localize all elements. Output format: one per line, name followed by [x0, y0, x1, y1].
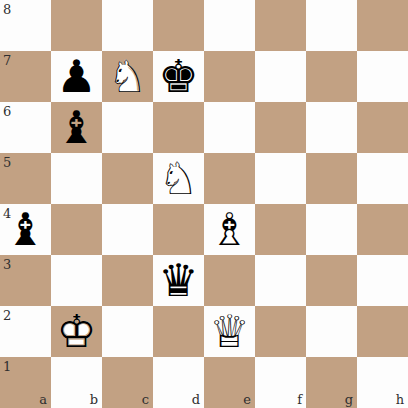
square-g1[interactable]: g [306, 357, 357, 408]
square-h5[interactable] [357, 153, 408, 204]
file-label-g: g [345, 393, 353, 406]
square-c8[interactable] [102, 0, 153, 51]
rank-label-8: 8 [3, 3, 11, 16]
square-d5[interactable]: ♞♘ [153, 153, 204, 204]
piece-outline-glyph: ♘ [158, 155, 198, 200]
file-label-h: h [396, 393, 404, 406]
piece-white-knight[interactable]: ♞♘ [102, 51, 153, 102]
square-b5[interactable] [51, 153, 102, 204]
square-g7[interactable] [306, 51, 357, 102]
square-d3[interactable]: ♛ [153, 255, 204, 306]
square-g4[interactable] [306, 204, 357, 255]
square-d2[interactable] [153, 306, 204, 357]
square-h2[interactable] [357, 306, 408, 357]
rank-label-1: 1 [3, 360, 11, 373]
square-g6[interactable] [306, 102, 357, 153]
square-h8[interactable] [357, 0, 408, 51]
square-g2[interactable] [306, 306, 357, 357]
square-g8[interactable] [306, 0, 357, 51]
piece-glyph: ♛ [158, 257, 198, 302]
square-a4[interactable]: 4♝ [0, 204, 51, 255]
square-c1[interactable]: c [102, 357, 153, 408]
square-a8[interactable]: 8 [0, 0, 51, 51]
square-c5[interactable] [102, 153, 153, 204]
rank-label-7: 7 [3, 54, 11, 67]
chess-board: 87♟♞♘♚6♝5♞♘4♝♝♗3♛2♚♔♛♕1abcdefgh [0, 0, 408, 408]
square-h6[interactable] [357, 102, 408, 153]
square-a6[interactable]: 6 [0, 102, 51, 153]
file-label-f: f [297, 393, 302, 406]
square-b1[interactable]: b [51, 357, 102, 408]
piece-black-bishop[interactable]: ♝ [0, 204, 51, 255]
piece-black-king[interactable]: ♚ [153, 51, 204, 102]
piece-black-pawn[interactable]: ♟ [51, 51, 102, 102]
square-c4[interactable] [102, 204, 153, 255]
piece-white-queen[interactable]: ♛♕ [204, 306, 255, 357]
square-a7[interactable]: 7 [0, 51, 51, 102]
square-b4[interactable] [51, 204, 102, 255]
rank-label-3: 3 [3, 258, 11, 271]
piece-outline-glyph: ♕ [209, 308, 249, 353]
square-h1[interactable]: h [357, 357, 408, 408]
rank-label-6: 6 [3, 105, 11, 118]
square-a3[interactable]: 3 [0, 255, 51, 306]
square-d4[interactable] [153, 204, 204, 255]
square-f2[interactable] [255, 306, 306, 357]
square-f7[interactable] [255, 51, 306, 102]
square-h4[interactable] [357, 204, 408, 255]
piece-outline-glyph: ♗ [209, 206, 249, 251]
square-g3[interactable] [306, 255, 357, 306]
file-label-d: d [192, 393, 200, 406]
square-c6[interactable] [102, 102, 153, 153]
piece-glyph: ♝ [56, 104, 96, 149]
square-f6[interactable] [255, 102, 306, 153]
square-c2[interactable] [102, 306, 153, 357]
piece-outline-glyph: ♔ [56, 308, 96, 353]
piece-glyph: ♟ [56, 53, 96, 98]
piece-glyph: ♝ [5, 206, 45, 251]
square-b8[interactable] [51, 0, 102, 51]
file-label-b: b [90, 393, 98, 406]
piece-black-bishop[interactable]: ♝ [51, 102, 102, 153]
square-d7[interactable]: ♚ [153, 51, 204, 102]
square-e5[interactable] [204, 153, 255, 204]
piece-white-bishop[interactable]: ♝♗ [204, 204, 255, 255]
piece-white-king[interactable]: ♚♔ [51, 306, 102, 357]
square-e4[interactable]: ♝♗ [204, 204, 255, 255]
square-a5[interactable]: 5 [0, 153, 51, 204]
square-b6[interactable]: ♝ [51, 102, 102, 153]
square-g5[interactable] [306, 153, 357, 204]
piece-white-knight[interactable]: ♞♘ [153, 153, 204, 204]
square-e1[interactable]: e [204, 357, 255, 408]
square-b3[interactable] [51, 255, 102, 306]
square-f4[interactable] [255, 204, 306, 255]
square-f3[interactable] [255, 255, 306, 306]
piece-glyph: ♚ [158, 53, 198, 98]
square-d6[interactable] [153, 102, 204, 153]
square-f8[interactable] [255, 0, 306, 51]
rank-label-5: 5 [3, 156, 11, 169]
square-d8[interactable] [153, 0, 204, 51]
square-e8[interactable] [204, 0, 255, 51]
square-a2[interactable]: 2 [0, 306, 51, 357]
square-e7[interactable] [204, 51, 255, 102]
square-a1[interactable]: 1a [0, 357, 51, 408]
square-c3[interactable] [102, 255, 153, 306]
square-c7[interactable]: ♞♘ [102, 51, 153, 102]
piece-black-queen[interactable]: ♛ [153, 255, 204, 306]
file-label-a: a [39, 393, 47, 406]
square-e2[interactable]: ♛♕ [204, 306, 255, 357]
square-d1[interactable]: d [153, 357, 204, 408]
piece-outline-glyph: ♘ [107, 53, 147, 98]
square-b7[interactable]: ♟ [51, 51, 102, 102]
square-e6[interactable] [204, 102, 255, 153]
square-b2[interactable]: ♚♔ [51, 306, 102, 357]
rank-label-2: 2 [3, 309, 11, 322]
square-h3[interactable] [357, 255, 408, 306]
square-f5[interactable] [255, 153, 306, 204]
file-label-e: e [243, 393, 251, 406]
square-e3[interactable] [204, 255, 255, 306]
file-label-c: c [142, 393, 149, 406]
square-h7[interactable] [357, 51, 408, 102]
square-f1[interactable]: f [255, 357, 306, 408]
